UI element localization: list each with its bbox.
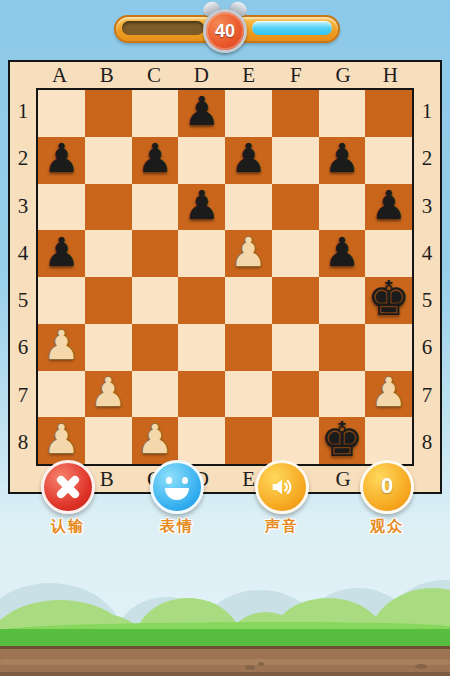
file-labels-top: ABCDEFGH (36, 62, 414, 88)
spectators-label: 观众 (345, 517, 429, 536)
resign-label: 认输 (26, 517, 110, 536)
square-B5[interactable] (85, 277, 132, 324)
square-C2[interactable]: ♟ (132, 137, 179, 184)
piece-black-pawn-E2[interactable]: ♟ (230, 139, 266, 179)
square-H5[interactable]: ♚ (365, 277, 412, 324)
smiley-icon[interactable] (150, 460, 204, 514)
square-A2[interactable]: ♟ (38, 137, 85, 184)
rank-label-7: 7 (10, 372, 36, 419)
rank-label-8: 8 (10, 419, 36, 466)
square-C6[interactable] (132, 324, 179, 371)
square-F8[interactable] (272, 417, 319, 464)
dirt-ground (0, 646, 450, 676)
square-F6[interactable] (272, 324, 319, 371)
square-B3[interactable] (85, 184, 132, 231)
rank-label-4: 4 (414, 230, 440, 277)
square-A4[interactable]: ♟ (38, 230, 85, 277)
square-H8[interactable] (365, 417, 412, 464)
rank-label-3: 3 (414, 183, 440, 230)
square-B1[interactable] (85, 90, 132, 137)
square-E2[interactable]: ♟ (225, 137, 272, 184)
rank-label-1: 1 (414, 88, 440, 135)
piece-white-pawn-A6[interactable]: ♟ (43, 326, 79, 366)
rank-label-7: 7 (414, 372, 440, 419)
piece-black-pawn-D3[interactable]: ♟ (184, 185, 220, 225)
rank-label-2: 2 (414, 135, 440, 182)
pebble (415, 664, 427, 669)
square-A5[interactable] (38, 277, 85, 324)
square-E1[interactable] (225, 90, 272, 137)
square-D3[interactable]: ♟ (178, 184, 225, 231)
piece-black-pawn-D1[interactable]: ♟ (184, 92, 220, 132)
square-D6[interactable] (178, 324, 225, 371)
piece-black-pawn-H3[interactable]: ♟ (371, 185, 407, 225)
square-A6[interactable]: ♟ (38, 324, 85, 371)
square-D7[interactable] (178, 371, 225, 418)
square-D2[interactable] (178, 137, 225, 184)
smiley-mouth (165, 488, 189, 500)
piece-white-pawn-C8[interactable]: ♟ (137, 419, 173, 459)
rank-label-1: 1 (10, 88, 36, 135)
square-E8[interactable] (225, 417, 272, 464)
square-H6[interactable] (365, 324, 412, 371)
dirt-stripe (0, 659, 450, 665)
pebble (258, 662, 264, 666)
smiley-eye (166, 477, 172, 484)
alarm-clock-icon: 40 (196, 1, 254, 55)
pebble (245, 665, 255, 670)
square-F5[interactable] (272, 277, 319, 324)
square-B2[interactable] (85, 137, 132, 184)
square-A3[interactable] (38, 184, 85, 231)
file-label-E: E (225, 62, 272, 88)
square-A8[interactable]: ♟ (38, 417, 85, 464)
clock-face: 40 (203, 9, 247, 53)
spectators-button[interactable]: 0 观众 (345, 460, 429, 536)
square-G2[interactable]: ♟ (319, 137, 366, 184)
piece-white-pawn-A8[interactable]: ♟ (43, 419, 79, 459)
rank-label-2: 2 (10, 135, 36, 182)
timer-remaining-segment (252, 21, 332, 35)
square-D1[interactable]: ♟ (178, 90, 225, 137)
square-B4[interactable] (85, 230, 132, 277)
piece-white-pawn-B7[interactable]: ♟ (90, 372, 126, 412)
square-E4[interactable]: ♟ (225, 230, 272, 277)
square-E7[interactable] (225, 371, 272, 418)
square-D8[interactable] (178, 417, 225, 464)
spectator-count-badge[interactable]: 0 (360, 460, 414, 514)
square-G8[interactable]: ♚ (319, 417, 366, 464)
square-B8[interactable] (85, 417, 132, 464)
square-A7[interactable] (38, 371, 85, 418)
square-G1[interactable] (319, 90, 366, 137)
piece-black-pawn-A2[interactable]: ♟ (43, 139, 79, 179)
rank-labels-right: 12345678 (414, 88, 440, 466)
square-F1[interactable] (272, 90, 319, 137)
rank-label-6: 6 (414, 324, 440, 371)
square-H3[interactable]: ♟ (365, 184, 412, 231)
piece-white-pawn-E4[interactable]: ♟ (230, 232, 266, 272)
rank-label-5: 5 (414, 277, 440, 324)
timer-value: 40 (215, 21, 235, 42)
smiley-eye (182, 477, 188, 484)
piece-black-pawn-G2[interactable]: ♟ (324, 139, 360, 179)
square-G5[interactable] (319, 277, 366, 324)
piece-black-pawn-A4[interactable]: ♟ (43, 232, 79, 272)
square-C1[interactable] (132, 90, 179, 137)
square-G4[interactable]: ♟ (319, 230, 366, 277)
rank-label-6: 6 (10, 324, 36, 371)
file-label-H: H (367, 62, 414, 88)
square-H2[interactable] (365, 137, 412, 184)
speaker-icon[interactable] (255, 460, 309, 514)
game-screen: 40 ABCDEFGH ABCDEFGH 12345678 12345678 ♟… (0, 0, 450, 676)
dirt-bottom-band (0, 672, 450, 676)
square-H1[interactable] (365, 90, 412, 137)
square-C3[interactable] (132, 184, 179, 231)
chess-board-grid: ♟♟♟♟♟♟♟♟♟♟♚♟♟♟♟♟♚ (36, 88, 414, 466)
rank-label-5: 5 (10, 277, 36, 324)
file-label-B: B (83, 62, 130, 88)
square-E5[interactable] (225, 277, 272, 324)
emote-button[interactable]: 表情 (135, 460, 219, 536)
square-F4[interactable] (272, 230, 319, 277)
square-C4[interactable] (132, 230, 179, 277)
timer-elapsed-segment (122, 21, 204, 35)
piece-black-king-H5[interactable]: ♚ (367, 274, 410, 322)
sound-button[interactable]: 声音 (240, 460, 324, 536)
square-A1[interactable] (38, 90, 85, 137)
square-E6[interactable] (225, 324, 272, 371)
square-C7[interactable] (132, 371, 179, 418)
spectator-count: 0 (381, 473, 393, 499)
rank-label-8: 8 (414, 419, 440, 466)
speaker-glyph (268, 473, 296, 501)
sound-label: 声音 (240, 517, 324, 536)
file-label-C: C (131, 62, 178, 88)
rank-labels-left: 12345678 (10, 88, 36, 466)
square-C8[interactable]: ♟ (132, 417, 179, 464)
piece-black-king-G8[interactable]: ♚ (320, 415, 363, 463)
piece-black-pawn-C2[interactable]: ♟ (137, 139, 173, 179)
emote-label: 表情 (135, 517, 219, 536)
square-D5[interactable] (178, 277, 225, 324)
square-G6[interactable] (319, 324, 366, 371)
square-F2[interactable] (272, 137, 319, 184)
rank-label-4: 4 (10, 230, 36, 277)
piece-white-pawn-H7[interactable]: ♟ (371, 372, 407, 412)
resign-button[interactable]: 认输 (26, 460, 110, 536)
square-E3[interactable] (225, 184, 272, 231)
square-C5[interactable] (132, 277, 179, 324)
file-label-A: A (36, 62, 83, 88)
square-F7[interactable] (272, 371, 319, 418)
square-F3[interactable] (272, 184, 319, 231)
square-G3[interactable] (319, 184, 366, 231)
file-label-D: D (178, 62, 225, 88)
file-label-G: G (320, 62, 367, 88)
square-B6[interactable] (85, 324, 132, 371)
square-B7[interactable]: ♟ (85, 371, 132, 418)
piece-black-pawn-G4[interactable]: ♟ (324, 232, 360, 272)
chess-board-panel: ABCDEFGH ABCDEFGH 12345678 12345678 ♟♟♟♟… (8, 60, 442, 494)
square-H7[interactable]: ♟ (365, 371, 412, 418)
square-D4[interactable] (178, 230, 225, 277)
rank-label-3: 3 (10, 183, 36, 230)
file-label-F: F (272, 62, 319, 88)
x-icon[interactable] (41, 460, 95, 514)
